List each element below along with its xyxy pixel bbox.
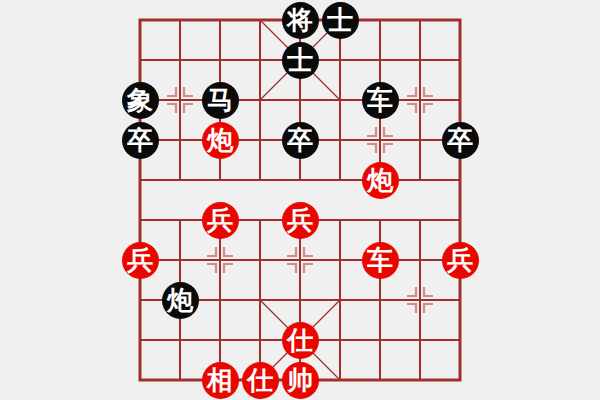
red-elephant[interactable]: 相 — [202, 362, 239, 399]
red-pawn-1[interactable]: 兵 — [202, 202, 239, 239]
black-pawn-1[interactable]: 卒 — [122, 122, 159, 159]
black-elephant[interactable]: 象 — [122, 82, 159, 119]
black-pawn-3[interactable]: 卒 — [442, 122, 479, 159]
black-advisor-1[interactable]: 士 — [322, 2, 359, 39]
black-cannon[interactable]: 炮 — [162, 282, 199, 319]
red-general[interactable]: 帅 — [282, 362, 319, 399]
red-pawn-3[interactable]: 兵 — [122, 242, 159, 279]
piece-layer[interactable]: 将士士象马车卒炮卒卒炮兵兵兵车兵炮仕相仕帅 — [120, 0, 480, 400]
black-horse[interactable]: 马 — [202, 82, 239, 119]
red-chariot[interactable]: 车 — [362, 242, 399, 279]
black-advisor-2[interactable]: 士 — [282, 42, 319, 79]
red-pawn-2[interactable]: 兵 — [282, 202, 319, 239]
red-cannon-2[interactable]: 炮 — [362, 162, 399, 199]
red-cannon-1[interactable]: 炮 — [202, 122, 239, 159]
xiangqi-board-screenshot: 将士士象马车卒炮卒卒炮兵兵兵车兵炮仕相仕帅 — [0, 0, 600, 400]
black-general[interactable]: 将 — [282, 2, 319, 39]
black-chariot[interactable]: 车 — [362, 82, 399, 119]
red-advisor-1[interactable]: 仕 — [282, 322, 319, 359]
black-pawn-2[interactable]: 卒 — [282, 122, 319, 159]
red-pawn-4[interactable]: 兵 — [442, 242, 479, 279]
red-advisor-2[interactable]: 仕 — [242, 362, 279, 399]
